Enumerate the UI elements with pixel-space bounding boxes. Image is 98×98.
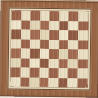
square-r2c1-light	[11, 19, 21, 29]
square-r3c4-light	[39, 29, 49, 39]
square-r6c8-dark	[77, 58, 87, 68]
square-r8c4-dark	[39, 77, 49, 87]
square-r6c1-light	[10, 57, 20, 67]
square-r1c6-light	[59, 11, 69, 21]
square-r1c5-dark	[49, 11, 59, 21]
square-r7c6-light	[58, 68, 68, 78]
square-r4c2-dark	[20, 39, 30, 49]
square-r5c6-light	[58, 49, 68, 59]
square-r7c7-dark	[67, 68, 77, 78]
square-r6c4-dark	[39, 58, 49, 68]
square-r2c8-dark	[78, 20, 88, 30]
square-r4c3-light	[30, 39, 40, 49]
square-r6c7-light	[68, 58, 78, 68]
square-r5c3-dark	[29, 48, 39, 58]
square-r3c6-light	[58, 30, 68, 40]
square-r1c4-light	[40, 10, 50, 20]
square-r5c5-dark	[49, 48, 59, 58]
square-r4c6-dark	[58, 39, 68, 49]
square-r8c8-dark	[77, 77, 87, 87]
square-r2c2-dark	[20, 20, 30, 30]
square-r3c8-light	[78, 30, 88, 40]
square-r3c2-light	[20, 29, 30, 39]
square-r4c8-dark	[77, 39, 87, 49]
square-r1c7-dark	[68, 11, 78, 21]
square-r6c3-light	[29, 58, 39, 68]
square-r7c1-dark	[10, 67, 20, 77]
square-r8c1-light	[10, 76, 20, 86]
square-r3c7-dark	[68, 30, 78, 40]
square-r2c6-dark	[59, 20, 69, 30]
square-r5c1-dark	[10, 48, 20, 58]
square-r7c2-light	[20, 67, 30, 77]
square-r2c4-dark	[39, 20, 49, 30]
square-r4c1-light	[10, 38, 20, 48]
square-r3c1-dark	[11, 29, 21, 39]
square-r7c8-light	[77, 68, 87, 78]
square-r4c5-light	[49, 39, 59, 49]
square-r5c2-light	[20, 48, 30, 58]
board-inlay-border	[7, 7, 91, 90]
square-r2c7-light	[68, 20, 78, 30]
square-r7c3-dark	[29, 67, 39, 77]
square-r3c5-dark	[49, 29, 59, 39]
square-r7c4-light	[39, 67, 49, 77]
square-r1c8-light	[78, 11, 88, 21]
square-r8c6-dark	[58, 77, 68, 87]
square-r6c2-dark	[20, 58, 30, 68]
board-grid	[10, 10, 88, 87]
square-r8c2-dark	[20, 77, 30, 87]
square-r8c3-light	[29, 77, 39, 87]
square-r1c3-dark	[30, 10, 40, 20]
square-r8c7-light	[67, 77, 77, 87]
square-r6c6-dark	[58, 58, 68, 68]
square-r8c5-light	[48, 77, 58, 87]
square-r1c1-dark	[11, 10, 21, 20]
board-photo	[0, 0, 98, 98]
square-r7c5-dark	[48, 67, 58, 77]
square-r2c5-light	[49, 20, 59, 30]
square-r2c3-light	[30, 20, 40, 30]
square-r6c5-light	[48, 58, 58, 68]
square-r5c7-dark	[68, 49, 78, 59]
square-r1c2-light	[20, 10, 30, 20]
square-r5c4-light	[39, 48, 49, 58]
square-r3c3-dark	[30, 29, 40, 39]
square-r4c4-dark	[39, 39, 49, 49]
square-r4c7-light	[68, 39, 78, 49]
square-r5c8-light	[77, 49, 87, 59]
chess-board	[0, 0, 98, 97]
